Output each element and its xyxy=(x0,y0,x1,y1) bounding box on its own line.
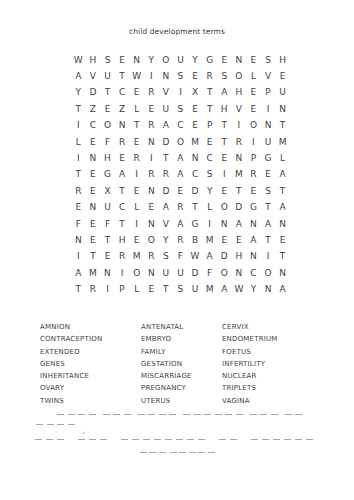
blank-dash xyxy=(295,439,302,440)
grid-cell[interactable]: L xyxy=(129,281,144,297)
grid-cell[interactable]: E xyxy=(217,232,232,248)
grid-cell[interactable]: X xyxy=(188,85,203,101)
grid-cell[interactable]: E xyxy=(246,183,261,199)
grid-cell[interactable]: N xyxy=(275,101,290,117)
grid-cell[interactable]: Y xyxy=(202,183,217,199)
grid-cell[interactable]: L xyxy=(202,200,217,216)
blank-dash xyxy=(35,439,42,440)
grid-cell[interactable]: D xyxy=(188,183,203,199)
answer-blank-line: , xyxy=(36,423,85,427)
grid-cell[interactable]: H xyxy=(232,249,247,265)
grid-cell[interactable]: C xyxy=(115,200,130,216)
grid-cell[interactable]: N xyxy=(232,52,247,68)
grid-cell[interactable]: L xyxy=(71,134,86,150)
grid-cell[interactable]: R xyxy=(173,232,188,248)
grid-cell[interactable]: U xyxy=(159,265,174,281)
grid-cell[interactable]: F xyxy=(100,216,115,232)
grid-cell[interactable]: E xyxy=(71,200,86,216)
grid-cell[interactable]: S xyxy=(100,52,115,68)
grid-cell[interactable]: T xyxy=(71,167,86,183)
grid-cell[interactable]: R xyxy=(202,68,217,84)
grid-cell[interactable]: F xyxy=(202,265,217,281)
grid-cell[interactable]: T xyxy=(129,118,144,134)
grid-cell[interactable]: C xyxy=(86,118,101,134)
grid-cell[interactable]: A xyxy=(159,118,174,134)
grid-cell[interactable]: E xyxy=(129,232,144,248)
grid-cell[interactable]: H xyxy=(100,150,115,166)
grid-cell[interactable]: A xyxy=(71,265,86,281)
grid-cell[interactable]: A xyxy=(217,85,232,101)
blank-dash xyxy=(284,439,291,440)
blank-dash xyxy=(250,414,257,415)
word-list-item: FAMILY xyxy=(141,346,192,358)
word-list-item: MISCARRIAGE xyxy=(141,370,192,382)
grid-cell[interactable]: N xyxy=(144,265,159,281)
grid-cell[interactable]: O xyxy=(261,265,276,281)
grid-cell[interactable]: T xyxy=(86,249,101,265)
grid-cell[interactable]: A xyxy=(261,216,276,232)
grid-cell[interactable]: R xyxy=(86,281,101,297)
grid-cell[interactable]: E xyxy=(188,118,203,134)
blank-dash xyxy=(215,414,222,415)
grid-cell[interactable]: N xyxy=(100,265,115,281)
blank-dash xyxy=(89,439,96,440)
grid-cell[interactable]: I xyxy=(232,118,247,134)
grid-cell[interactable]: R xyxy=(159,167,174,183)
grid-cell[interactable]: A xyxy=(173,167,188,183)
grid-cell[interactable]: N xyxy=(86,150,101,166)
blank-dash xyxy=(260,414,267,415)
grid-cell[interactable]: T xyxy=(217,134,232,150)
grid-cell[interactable]: R xyxy=(115,134,130,150)
grid-cell[interactable]: I xyxy=(246,134,261,150)
grid-cell[interactable]: E xyxy=(144,281,159,297)
word-list-item: CERVIX xyxy=(222,321,278,333)
grid-cell[interactable]: F xyxy=(173,249,188,265)
grid-cell[interactable]: N xyxy=(115,118,130,134)
grid-cell[interactable]: R xyxy=(144,167,159,183)
blank-dash xyxy=(165,439,172,440)
grid-cell[interactable]: E xyxy=(188,68,203,84)
word-list-item: UTERUS xyxy=(141,395,192,407)
word-list-item: FOETUS xyxy=(222,346,278,358)
grid-cell[interactable]: O xyxy=(217,200,232,216)
grid-cell[interactable]: T xyxy=(217,118,232,134)
grid-cell[interactable]: L xyxy=(129,101,144,117)
grid-cell[interactable]: A xyxy=(232,216,247,232)
grid-cell[interactable]: A xyxy=(275,167,290,183)
grid-cell[interactable]: R xyxy=(144,118,159,134)
grid-cell[interactable]: R xyxy=(115,249,130,265)
grid-cell[interactable]: E xyxy=(246,52,261,68)
grid-cell[interactable]: O xyxy=(232,68,247,84)
grid-cell[interactable]: T xyxy=(159,281,174,297)
blank-dash xyxy=(262,439,269,440)
grid-cell[interactable]: E xyxy=(144,101,159,117)
grid-cell[interactable]: G xyxy=(261,150,276,166)
grid-cell[interactable]: T xyxy=(100,85,115,101)
grid-cell[interactable]: F xyxy=(100,134,115,150)
blank-word-group xyxy=(36,423,75,442)
blank-word-group xyxy=(103,413,131,432)
blank-word-group xyxy=(183,413,243,432)
grid-cell[interactable]: L xyxy=(275,150,290,166)
grid-cell[interactable]: N xyxy=(188,150,203,166)
blank-dash xyxy=(121,439,128,440)
blank-dash xyxy=(78,439,85,440)
blank-dash xyxy=(183,414,190,415)
grid-cell[interactable]: M xyxy=(202,232,217,248)
blank-dash xyxy=(138,414,145,415)
grid-cell[interactable]: R xyxy=(232,134,247,150)
grid-cell[interactable]: W xyxy=(129,68,144,84)
punctuation-mark: , xyxy=(83,429,86,433)
grid-cell[interactable]: A xyxy=(159,200,174,216)
grid-cell[interactable]: X xyxy=(100,183,115,199)
grid-cell[interactable]: N xyxy=(86,200,101,216)
blank-dash xyxy=(179,452,186,453)
grid-cell[interactable]: N xyxy=(246,216,261,232)
blank-dash xyxy=(273,439,280,440)
grid-cell[interactable]: E xyxy=(261,167,276,183)
grid-cell[interactable]: E xyxy=(246,101,261,117)
grid-cell[interactable]: O xyxy=(159,52,174,68)
grid-cell[interactable]: O xyxy=(100,118,115,134)
grid-cell[interactable]: E xyxy=(275,232,290,248)
word-list-item: GENES xyxy=(40,358,102,370)
word-list: AMNIONCONTRACEPTIONEXTENDEDGENESINHERITA… xyxy=(0,321,354,409)
grid-cell[interactable]: D xyxy=(159,134,174,150)
grid-cell[interactable]: Z xyxy=(115,101,130,117)
grid-cell[interactable]: D xyxy=(159,183,174,199)
blank-dash xyxy=(78,414,85,415)
grid-cell[interactable]: A xyxy=(115,167,130,183)
grid-cell[interactable]: R xyxy=(173,200,188,216)
blank-dash xyxy=(176,439,183,440)
grid-cell[interactable]: I xyxy=(129,167,144,183)
worksheet-page: child development terms WHSENYOUYGENESHA… xyxy=(0,0,354,500)
grid-cell[interactable]: T xyxy=(261,200,276,216)
grid-cell[interactable]: Y xyxy=(188,52,203,68)
grid-cell[interactable]: S xyxy=(217,68,232,84)
grid-cell[interactable]: I xyxy=(261,101,276,117)
blank-dash xyxy=(113,414,120,415)
word-list-item: NUCLEAR xyxy=(222,370,278,382)
grid-cell[interactable]: B xyxy=(188,232,203,248)
grid-cell[interactable]: A xyxy=(275,281,290,297)
answer-blank-line xyxy=(0,451,354,455)
blank-dash xyxy=(47,424,54,425)
grid-cell[interactable]: L xyxy=(246,68,261,84)
grid-cell[interactable]: U xyxy=(261,134,276,150)
grid-cell[interactable]: T xyxy=(159,150,174,166)
grid-cell[interactable]: G xyxy=(188,216,203,232)
grid-cell[interactable]: T xyxy=(115,68,130,84)
grid-cell[interactable]: T xyxy=(232,183,247,199)
grid-cell[interactable]: U xyxy=(188,281,203,297)
grid-cell[interactable]: T xyxy=(261,232,276,248)
word-list-item: ENDOMETRIUM xyxy=(222,333,278,345)
grid-cell[interactable]: T xyxy=(202,101,217,117)
grid-cell[interactable]: N xyxy=(217,216,232,232)
grid-cell[interactable]: H xyxy=(275,52,290,68)
grid-cell[interactable]: O xyxy=(173,134,188,150)
grid-cell[interactable]: R xyxy=(71,183,86,199)
grid-cell[interactable]: T xyxy=(275,118,290,134)
grid-cell[interactable]: S xyxy=(173,68,188,84)
grid-cell[interactable]: A xyxy=(202,249,217,265)
grid-cell[interactable]: C xyxy=(188,167,203,183)
blank-dash xyxy=(271,414,278,415)
grid-cell[interactable]: W xyxy=(232,281,247,297)
grid-cell[interactable]: E xyxy=(246,85,261,101)
blank-dash xyxy=(159,452,166,453)
grid-cell[interactable]: G xyxy=(202,52,217,68)
grid-cell[interactable]: I xyxy=(173,85,188,101)
grid-cell[interactable]: S xyxy=(173,101,188,117)
grid-cell[interactable]: N xyxy=(159,68,174,84)
grid-cell[interactable]: I xyxy=(144,150,159,166)
grid-cell[interactable]: H xyxy=(86,52,101,68)
blank-dash xyxy=(285,414,292,415)
grid-cell[interactable]: E xyxy=(86,232,101,248)
grid-cell[interactable]: E xyxy=(129,85,144,101)
grid-cell[interactable]: O xyxy=(217,265,232,281)
grid-cell[interactable]: M xyxy=(188,134,203,150)
word-list-item: GESTATION xyxy=(141,358,192,370)
grid-cell[interactable]: D xyxy=(86,85,101,101)
word-list-item: TRIPLETS xyxy=(222,382,278,394)
grid-cell[interactable]: E xyxy=(129,134,144,150)
word-search-grid: WHSENYOUYGENESHAVUTWINSERSOLVEYDTCERVIXT… xyxy=(71,52,290,298)
grid-cell[interactable]: O xyxy=(129,265,144,281)
grid-cell[interactable]: E xyxy=(188,101,203,117)
grid-cell[interactable]: E xyxy=(173,183,188,199)
grid-cell[interactable]: N xyxy=(275,265,290,281)
grid-cell[interactable]: S xyxy=(159,249,174,265)
grid-cell[interactable]: T xyxy=(115,216,130,232)
grid-cell[interactable]: U xyxy=(173,52,188,68)
grid-cell[interactable]: P xyxy=(202,118,217,134)
blank-word-group xyxy=(251,438,313,457)
grid-cell[interactable]: H xyxy=(232,85,247,101)
grid-cell[interactable]: R xyxy=(129,150,144,166)
grid-cell[interactable]: I xyxy=(71,249,86,265)
grid-cell[interactable]: D xyxy=(232,200,247,216)
answer-blank-line xyxy=(57,413,302,417)
word-list-item: INFERTILITY xyxy=(222,358,278,370)
blank-dash xyxy=(89,414,96,415)
grid-cell[interactable]: I xyxy=(217,167,232,183)
grid-cell[interactable]: E xyxy=(275,68,290,84)
grid-cell[interactable]: V xyxy=(261,68,276,84)
blank-dash xyxy=(57,424,64,425)
grid-cell[interactable]: E xyxy=(100,101,115,117)
grid-cell[interactable]: M xyxy=(86,265,101,281)
grid-cell[interactable]: N xyxy=(144,134,159,150)
grid-cell[interactable]: A xyxy=(71,68,86,84)
grid-cell[interactable]: N xyxy=(261,118,276,134)
grid-cell[interactable]: E xyxy=(232,232,247,248)
grid-cell[interactable]: P xyxy=(261,85,276,101)
grid-cell[interactable]: Y xyxy=(159,232,174,248)
grid-cell[interactable]: M xyxy=(202,281,217,297)
word-list-item: EXTENDED xyxy=(40,346,102,358)
grid-cell[interactable]: E xyxy=(115,150,130,166)
grid-cell[interactable]: W xyxy=(188,249,203,265)
blank-dash xyxy=(154,439,161,440)
blank-dash xyxy=(143,439,150,440)
blank-dash xyxy=(36,424,43,425)
grid-cell[interactable]: N xyxy=(246,249,261,265)
blank-dash xyxy=(170,452,177,453)
grid-cell[interactable]: M xyxy=(275,134,290,150)
grid-cell[interactable]: I xyxy=(71,118,86,134)
grid-cell[interactable]: M xyxy=(129,249,144,265)
grid-cell[interactable]: N xyxy=(232,265,247,281)
blank-dash xyxy=(124,414,131,415)
grid-cell[interactable]: T xyxy=(100,232,115,248)
grid-cell[interactable]: V xyxy=(159,216,174,232)
grid-cell[interactable]: T xyxy=(275,183,290,199)
grid-cell[interactable]: V xyxy=(159,85,174,101)
word-list-item: CONTRACEPTION xyxy=(40,333,102,345)
grid-cell[interactable]: D xyxy=(188,265,203,281)
grid-cell[interactable]: S xyxy=(202,167,217,183)
blank-dash xyxy=(103,414,110,415)
grid-cell[interactable]: P xyxy=(115,281,130,297)
blank-dash xyxy=(198,439,205,440)
blank-word-group xyxy=(285,413,303,432)
grid-cell[interactable]: E xyxy=(217,52,232,68)
grid-cell[interactable]: E xyxy=(86,216,101,232)
grid-cell[interactable]: N xyxy=(71,232,86,248)
grid-cell[interactable]: I xyxy=(144,68,159,84)
grid-cell[interactable]: I xyxy=(71,150,86,166)
grid-cell[interactable]: W xyxy=(71,52,86,68)
blank-word-group xyxy=(78,438,107,457)
grid-cell[interactable]: E xyxy=(217,150,232,166)
grid-cell[interactable]: Y xyxy=(71,85,86,101)
grid-cell[interactable]: V xyxy=(232,101,247,117)
grid-cell[interactable]: E xyxy=(100,249,115,265)
grid-cell[interactable]: T xyxy=(202,85,217,101)
grid-cell[interactable]: A xyxy=(275,200,290,216)
grid-cell[interactable]: U xyxy=(159,101,174,117)
blank-word-group xyxy=(219,438,237,457)
grid-cell[interactable]: A xyxy=(217,281,232,297)
blank-word-group xyxy=(170,451,215,470)
grid-cell[interactable]: E xyxy=(86,167,101,183)
grid-cell[interactable]: I xyxy=(261,249,276,265)
grid-cell[interactable]: E xyxy=(129,183,144,199)
grid-cell[interactable]: A xyxy=(173,216,188,232)
grid-cell[interactable]: P xyxy=(246,150,261,166)
grid-cell[interactable]: I xyxy=(115,265,130,281)
grid-cell[interactable]: C xyxy=(115,85,130,101)
grid-cell[interactable]: T xyxy=(275,249,290,265)
grid-cell[interactable]: U xyxy=(100,68,115,84)
grid-cell[interactable]: L xyxy=(129,200,144,216)
grid-cell[interactable]: S xyxy=(261,183,276,199)
grid-cell[interactable]: U xyxy=(100,200,115,216)
blank-dash xyxy=(140,452,147,453)
grid-cell[interactable]: E xyxy=(86,183,101,199)
grid-cell[interactable]: E xyxy=(217,183,232,199)
grid-cell[interactable]: Y xyxy=(246,281,261,297)
grid-cell[interactable]: Z xyxy=(86,101,101,117)
blank-dash xyxy=(100,439,107,440)
word-list-column: AMNIONCONTRACEPTIONEXTENDEDGENESINHERITA… xyxy=(40,321,102,407)
grid-cell[interactable]: R xyxy=(144,249,159,265)
grid-cell[interactable]: T xyxy=(115,183,130,199)
grid-cell[interactable]: D xyxy=(217,249,232,265)
grid-cell[interactable]: T xyxy=(71,281,86,297)
grid-cell[interactable]: G xyxy=(100,167,115,183)
grid-cell[interactable]: V xyxy=(86,68,101,84)
word-list-column: CERVIXENDOMETRIUMFOETUSINFERTILITYNUCLEA… xyxy=(222,321,278,407)
grid-cell[interactable]: T xyxy=(71,101,86,117)
grid-cell[interactable]: N xyxy=(129,52,144,68)
blank-dash xyxy=(225,414,232,415)
grid-cell[interactable]: T xyxy=(188,200,203,216)
grid-cell[interactable]: A xyxy=(173,150,188,166)
grid-cell[interactable]: E xyxy=(202,134,217,150)
word-list-item: EMBRYO xyxy=(141,333,192,345)
grid-cell[interactable]: O xyxy=(246,118,261,134)
grid-cell[interactable]: O xyxy=(144,232,159,248)
grid-cell[interactable]: C xyxy=(246,265,261,281)
grid-cell[interactable]: N xyxy=(261,281,276,297)
blank-word-group xyxy=(250,413,278,432)
blank-dash xyxy=(306,439,313,440)
grid-cell[interactable]: N xyxy=(275,216,290,232)
blank-dash xyxy=(204,414,211,415)
blank-dash xyxy=(198,452,205,453)
grid-cell[interactable]: N xyxy=(232,150,247,166)
blank-dash xyxy=(194,414,201,415)
grid-cell[interactable]: S xyxy=(261,52,276,68)
grid-cell[interactable]: U xyxy=(275,85,290,101)
grid-cell[interactable]: G xyxy=(246,200,261,216)
grid-cell[interactable]: E xyxy=(115,52,130,68)
grid-cell[interactable]: I xyxy=(129,216,144,232)
grid-cell[interactable]: E xyxy=(144,200,159,216)
blank-dash xyxy=(230,439,237,440)
grid-cell[interactable]: R xyxy=(144,85,159,101)
grid-cell[interactable]: A xyxy=(246,232,261,248)
grid-cell[interactable]: N xyxy=(144,183,159,199)
grid-cell[interactable]: Y xyxy=(144,52,159,68)
grid-cell[interactable]: C xyxy=(202,150,217,166)
grid-cell[interactable]: I xyxy=(202,216,217,232)
grid-cell[interactable]: H xyxy=(115,232,130,248)
grid-cell[interactable]: C xyxy=(173,118,188,134)
grid-cell[interactable]: I xyxy=(100,281,115,297)
blank-word-group xyxy=(35,438,64,457)
answer-blank-line xyxy=(35,438,313,442)
grid-cell[interactable]: S xyxy=(173,281,188,297)
grid-cell[interactable]: R xyxy=(246,167,261,183)
grid-cell[interactable]: F xyxy=(71,216,86,232)
grid-cell[interactable]: M xyxy=(232,167,247,183)
grid-cell[interactable]: E xyxy=(86,134,101,150)
grid-cell[interactable]: N xyxy=(144,216,159,232)
grid-cell[interactable]: H xyxy=(217,101,232,117)
grid-cell[interactable]: U xyxy=(173,265,188,281)
blank-word-group xyxy=(121,438,205,457)
word-list-item: TWINS xyxy=(40,395,102,407)
